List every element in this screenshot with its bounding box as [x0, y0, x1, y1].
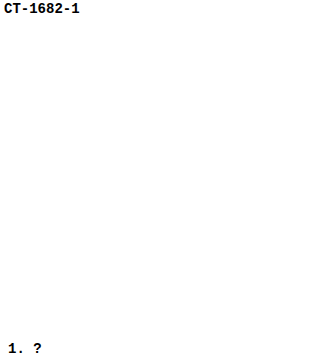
- chess-board: [0, 20, 320, 340]
- puzzle-id: CT-1682-1: [4, 1, 80, 17]
- move-prompt: 1. ?: [8, 341, 42, 357]
